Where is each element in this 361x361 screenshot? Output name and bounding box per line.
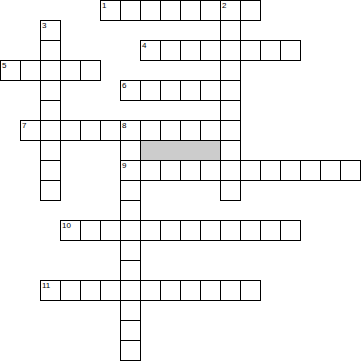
shaded-region-cell — [180, 140, 201, 161]
crossword-cell-c2-r1[interactable] — [40, 20, 61, 41]
crossword-cell-c2-r2[interactable] — [40, 40, 61, 61]
crossword-cell-c0-r3[interactable] — [0, 60, 21, 81]
crossword-cell-c2-r5[interactable] — [40, 100, 61, 121]
crossword-cell-c10-r6[interactable] — [200, 120, 221, 141]
crossword-cell-c2-r3[interactable] — [40, 60, 61, 81]
crossword-cell-c2-r9[interactable] — [40, 180, 61, 201]
crossword-cell-c3-r6[interactable] — [60, 120, 81, 141]
crossword-cell-c12-r0[interactable] — [240, 0, 261, 21]
crossword-cell-c12-r2[interactable] — [240, 40, 261, 61]
crossword-cell-c11-r4[interactable] — [220, 80, 241, 101]
crossword-cell-c1-r3[interactable] — [20, 60, 41, 81]
crossword-cell-c12-r8[interactable] — [240, 160, 261, 181]
crossword-cell-c2-r7[interactable] — [40, 140, 61, 161]
crossword-cell-c9-r14[interactable] — [180, 280, 201, 301]
crossword-cell-c7-r4[interactable] — [140, 80, 161, 101]
crossword-cell-c6-r6[interactable] — [120, 120, 141, 141]
crossword-cell-c7-r11[interactable] — [140, 220, 161, 241]
crossword-cell-c13-r8[interactable] — [260, 160, 281, 181]
shaded-region-cell — [140, 140, 161, 161]
crossword-cell-c9-r11[interactable] — [180, 220, 201, 241]
crossword-cell-c11-r9[interactable] — [220, 180, 241, 201]
crossword-cell-c14-r11[interactable] — [280, 220, 301, 241]
crossword-cell-c12-r14[interactable] — [240, 280, 261, 301]
crossword-cell-c13-r2[interactable] — [260, 40, 281, 61]
crossword-cell-c2-r4[interactable] — [40, 80, 61, 101]
crossword-cell-c6-r17[interactable] — [120, 340, 141, 361]
crossword-cell-c2-r6[interactable] — [40, 120, 61, 141]
crossword-cell-c16-r8[interactable] — [320, 160, 341, 181]
crossword-cell-c7-r2[interactable] — [140, 40, 161, 61]
crossword-cell-c11-r8[interactable] — [220, 160, 241, 181]
crossword-cell-c9-r2[interactable] — [180, 40, 201, 61]
crossword-cell-c6-r12[interactable] — [120, 240, 141, 261]
crossword-cell-c2-r8[interactable] — [40, 160, 61, 181]
crossword-cell-c10-r14[interactable] — [200, 280, 221, 301]
crossword-cell-c4-r6[interactable] — [80, 120, 101, 141]
crossword-cell-c6-r9[interactable] — [120, 180, 141, 201]
crossword-cell-c11-r11[interactable] — [220, 220, 241, 241]
crossword-cell-c4-r11[interactable] — [80, 220, 101, 241]
crossword-cell-c11-r6[interactable] — [220, 120, 241, 141]
crossword-cell-c8-r8[interactable] — [160, 160, 181, 181]
crossword-cell-c11-r2[interactable] — [220, 40, 241, 61]
shaded-region-cell — [160, 140, 181, 161]
crossword-cell-c8-r4[interactable] — [160, 80, 181, 101]
crossword-cell-c6-r15[interactable] — [120, 300, 141, 321]
crossword-cell-c11-r14[interactable] — [220, 280, 241, 301]
crossword-cell-c11-r1[interactable] — [220, 20, 241, 41]
crossword-cell-c3-r3[interactable] — [60, 60, 81, 81]
crossword-cell-c10-r4[interactable] — [200, 80, 221, 101]
crossword-cell-c9-r8[interactable] — [180, 160, 201, 181]
crossword-cell-c4-r14[interactable] — [80, 280, 101, 301]
crossword-cell-c6-r8[interactable] — [120, 160, 141, 181]
crossword-cell-c7-r6[interactable] — [140, 120, 161, 141]
crossword-cell-c11-r7[interactable] — [220, 140, 241, 161]
crossword-cell-c1-r6[interactable] — [20, 120, 41, 141]
crossword-cell-c10-r8[interactable] — [200, 160, 221, 181]
crossword-cell-c9-r4[interactable] — [180, 80, 201, 101]
crossword-cell-c8-r6[interactable] — [160, 120, 181, 141]
crossword-board: 1234567891011 — [0, 0, 361, 361]
crossword-cell-c6-r4[interactable] — [120, 80, 141, 101]
crossword-cell-c6-r7[interactable] — [120, 140, 141, 161]
crossword-cell-c6-r10[interactable] — [120, 200, 141, 221]
crossword-cell-c15-r8[interactable] — [300, 160, 321, 181]
crossword-cell-c3-r14[interactable] — [60, 280, 81, 301]
crossword-cell-c6-r14[interactable] — [120, 280, 141, 301]
crossword-cell-c11-r0[interactable] — [220, 0, 241, 21]
crossword-cell-c11-r5[interactable] — [220, 100, 241, 121]
crossword-cell-c7-r8[interactable] — [140, 160, 161, 181]
crossword-cell-c5-r0[interactable] — [100, 0, 121, 21]
crossword-cell-c4-r3[interactable] — [80, 60, 101, 81]
crossword-cell-c11-r3[interactable] — [220, 60, 241, 81]
crossword-cell-c8-r0[interactable] — [160, 0, 181, 21]
crossword-cell-c3-r11[interactable] — [60, 220, 81, 241]
crossword-cell-c8-r11[interactable] — [160, 220, 181, 241]
crossword-cell-c9-r0[interactable] — [180, 0, 201, 21]
crossword-cell-c14-r8[interactable] — [280, 160, 301, 181]
crossword-cell-c9-r6[interactable] — [180, 120, 201, 141]
crossword-cell-c13-r11[interactable] — [260, 220, 281, 241]
crossword-cell-c6-r13[interactable] — [120, 260, 141, 281]
crossword-cell-c6-r16[interactable] — [120, 320, 141, 341]
crossword-cell-c5-r14[interactable] — [100, 280, 121, 301]
crossword-cell-c7-r14[interactable] — [140, 280, 161, 301]
crossword-cell-c10-r11[interactable] — [200, 220, 221, 241]
crossword-cell-c6-r0[interactable] — [120, 0, 141, 21]
crossword-cell-c14-r2[interactable] — [280, 40, 301, 61]
crossword-cell-c8-r14[interactable] — [160, 280, 181, 301]
crossword-cell-c10-r0[interactable] — [200, 0, 221, 21]
crossword-cell-c5-r11[interactable] — [100, 220, 121, 241]
crossword-cell-c7-r0[interactable] — [140, 0, 161, 21]
crossword-cell-c10-r2[interactable] — [200, 40, 221, 61]
crossword-cell-c8-r2[interactable] — [160, 40, 181, 61]
crossword-cell-c6-r11[interactable] — [120, 220, 141, 241]
crossword-cell-c2-r14[interactable] — [40, 280, 61, 301]
shaded-region-cell — [200, 140, 221, 161]
crossword-cell-c5-r6[interactable] — [100, 120, 121, 141]
crossword-cell-c17-r8[interactable] — [340, 160, 361, 181]
crossword-cell-c12-r11[interactable] — [240, 220, 261, 241]
